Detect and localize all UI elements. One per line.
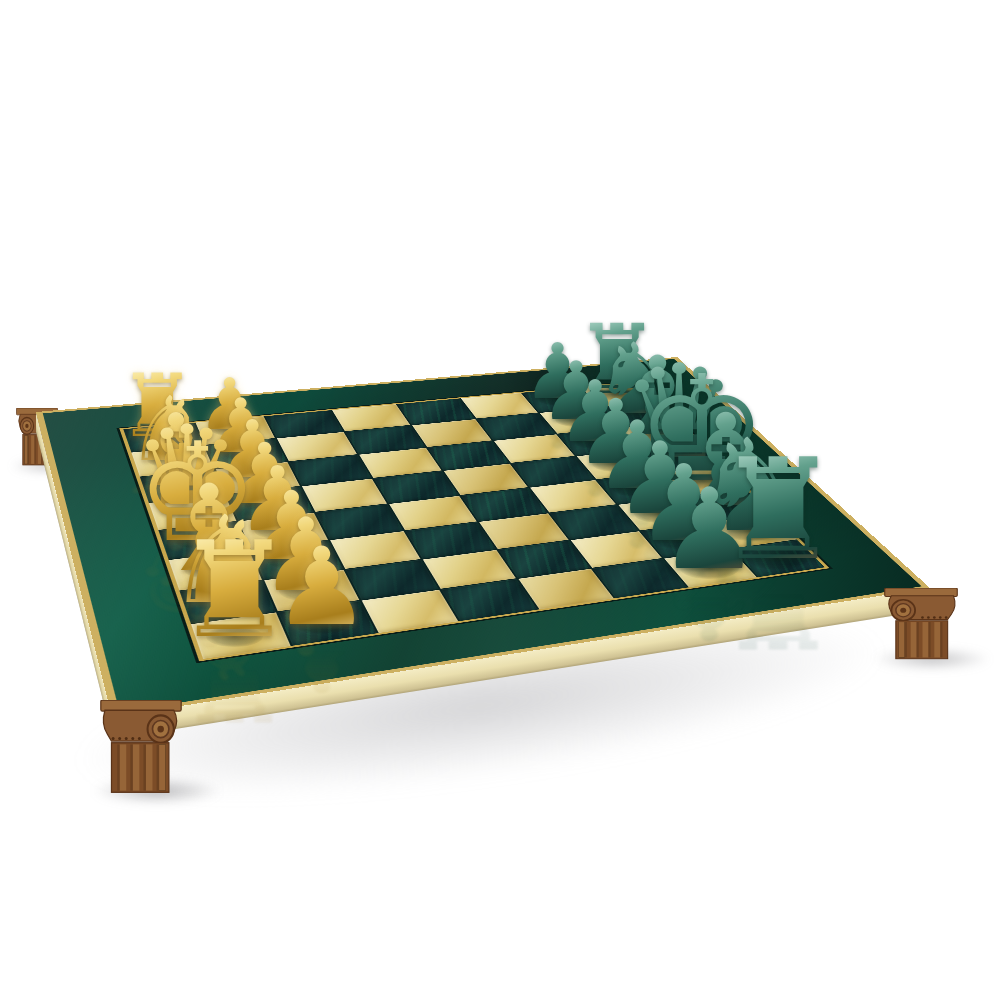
piece-black-rook-h8[interactable]: ♜	[716, 441, 841, 581]
chess-set-photo: ♜♜♟♟♞♞♟♟♝♝♟♟♛♛♟♟♚♚♟♟♝♝♟♟♟♟♞♞♜♜♟♟♟♟♜♜♞♞♟♟…	[0, 0, 1000, 1000]
pieces-layer: ♜♜♟♟♞♞♟♟♝♝♟♟♛♛♟♟♚♚♟♟♝♝♟♟♟♟♞♞♜♜♟♟♟♟♜♜♞♞♟♟…	[0, 0, 1000, 1000]
piece-white-pawn-h2[interactable]: ♟	[273, 533, 369, 641]
